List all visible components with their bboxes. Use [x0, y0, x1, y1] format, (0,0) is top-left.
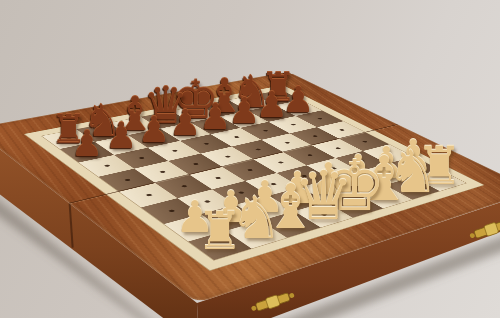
chess-set-photo: Folding wooden magnetic travel chess set…	[0, 0, 500, 318]
